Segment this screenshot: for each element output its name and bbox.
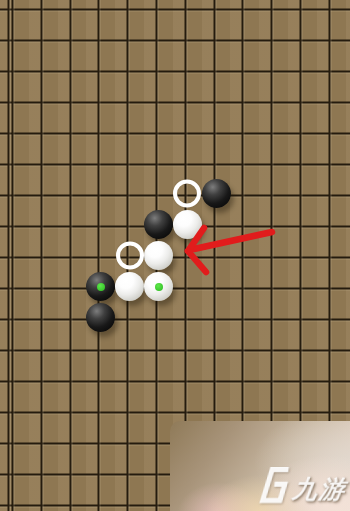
gomoku-board-screenshot: 九游 [0, 0, 350, 511]
watermark-overlay [170, 421, 350, 511]
